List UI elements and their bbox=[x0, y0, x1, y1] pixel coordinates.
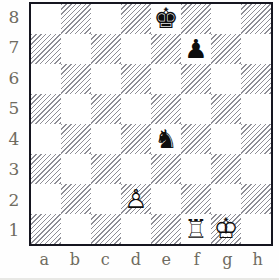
piece-white-pawn: ♟♙ bbox=[121, 184, 151, 214]
rank-label-8: 8 bbox=[0, 2, 28, 33]
rank-labels: 87654321 bbox=[0, 2, 28, 246]
black-knight-icon: ♞ bbox=[151, 124, 181, 154]
square-g1[interactable]: ♚♔ bbox=[211, 214, 241, 244]
square-h8[interactable] bbox=[241, 4, 271, 34]
square-e6[interactable] bbox=[151, 64, 181, 94]
file-label-c: c bbox=[90, 250, 121, 278]
rank-label-1: 1 bbox=[0, 216, 28, 247]
square-b5[interactable] bbox=[61, 94, 91, 124]
rank-label-3: 3 bbox=[0, 155, 28, 186]
file-labels: abcdefgh bbox=[29, 250, 273, 278]
square-d8[interactable] bbox=[121, 4, 151, 34]
square-f6[interactable] bbox=[181, 64, 211, 94]
square-c7[interactable] bbox=[91, 34, 121, 64]
square-e1[interactable] bbox=[151, 214, 181, 244]
piece-white-king: ♚♔ bbox=[211, 214, 241, 244]
white-king-icon: ♔ bbox=[211, 214, 241, 244]
square-d5[interactable] bbox=[121, 94, 151, 124]
file-label-f: f bbox=[182, 250, 213, 278]
file-label-d: d bbox=[121, 250, 152, 278]
square-h6[interactable] bbox=[241, 64, 271, 94]
square-d2[interactable]: ♟♙ bbox=[121, 184, 151, 214]
square-c3[interactable] bbox=[91, 154, 121, 184]
square-b3[interactable] bbox=[61, 154, 91, 184]
square-h2[interactable] bbox=[241, 184, 271, 214]
square-b2[interactable] bbox=[61, 184, 91, 214]
square-a3[interactable] bbox=[31, 154, 61, 184]
file-label-e: e bbox=[151, 250, 182, 278]
square-g3[interactable] bbox=[211, 154, 241, 184]
square-c4[interactable] bbox=[91, 124, 121, 154]
file-label-b: b bbox=[60, 250, 91, 278]
square-b8[interactable] bbox=[61, 4, 91, 34]
square-h3[interactable] bbox=[241, 154, 271, 184]
square-f7[interactable]: ♟ bbox=[181, 34, 211, 64]
rank-label-2: 2 bbox=[0, 185, 28, 216]
square-a6[interactable] bbox=[31, 64, 61, 94]
square-f4[interactable] bbox=[181, 124, 211, 154]
square-e8[interactable]: ♚ bbox=[151, 4, 181, 34]
rank-label-5: 5 bbox=[0, 94, 28, 125]
square-c5[interactable] bbox=[91, 94, 121, 124]
square-g6[interactable] bbox=[211, 64, 241, 94]
piece-black-pawn: ♟ bbox=[181, 34, 211, 64]
square-d6[interactable] bbox=[121, 64, 151, 94]
square-d3[interactable] bbox=[121, 154, 151, 184]
black-pawn-icon: ♟ bbox=[181, 34, 211, 64]
chess-diagram: 87654321 ♚♟♞♟♙♜♖♚♔ abcdefgh bbox=[0, 0, 279, 280]
square-c2[interactable] bbox=[91, 184, 121, 214]
rank-label-7: 7 bbox=[0, 33, 28, 64]
square-c6[interactable] bbox=[91, 64, 121, 94]
square-b1[interactable] bbox=[61, 214, 91, 244]
piece-white-rook: ♜♖ bbox=[181, 214, 211, 244]
square-f3[interactable] bbox=[181, 154, 211, 184]
black-king-icon: ♚ bbox=[151, 4, 181, 34]
rank-label-4: 4 bbox=[0, 124, 28, 155]
square-g7[interactable] bbox=[211, 34, 241, 64]
square-d4[interactable] bbox=[121, 124, 151, 154]
file-label-g: g bbox=[212, 250, 243, 278]
chess-board: ♚♟♞♟♙♜♖♚♔ bbox=[29, 2, 273, 246]
square-c8[interactable] bbox=[91, 4, 121, 34]
square-a5[interactable] bbox=[31, 94, 61, 124]
square-f5[interactable] bbox=[181, 94, 211, 124]
square-e5[interactable] bbox=[151, 94, 181, 124]
square-f8[interactable] bbox=[181, 4, 211, 34]
rank-label-6: 6 bbox=[0, 63, 28, 94]
square-h5[interactable] bbox=[241, 94, 271, 124]
square-d1[interactable] bbox=[121, 214, 151, 244]
square-g2[interactable] bbox=[211, 184, 241, 214]
square-b4[interactable] bbox=[61, 124, 91, 154]
square-f2[interactable] bbox=[181, 184, 211, 214]
square-g8[interactable] bbox=[211, 4, 241, 34]
square-e7[interactable] bbox=[151, 34, 181, 64]
piece-black-knight: ♞ bbox=[151, 124, 181, 154]
piece-black-king: ♚ bbox=[151, 4, 181, 34]
square-h7[interactable] bbox=[241, 34, 271, 64]
square-b6[interactable] bbox=[61, 64, 91, 94]
square-a7[interactable] bbox=[31, 34, 61, 64]
square-a1[interactable] bbox=[31, 214, 61, 244]
square-e3[interactable] bbox=[151, 154, 181, 184]
square-c1[interactable] bbox=[91, 214, 121, 244]
file-label-h: h bbox=[243, 250, 274, 278]
square-e2[interactable] bbox=[151, 184, 181, 214]
square-f1[interactable]: ♜♖ bbox=[181, 214, 211, 244]
white-rook-icon: ♖ bbox=[181, 214, 211, 244]
square-b7[interactable] bbox=[61, 34, 91, 64]
square-g4[interactable] bbox=[211, 124, 241, 154]
square-a8[interactable] bbox=[31, 4, 61, 34]
square-a2[interactable] bbox=[31, 184, 61, 214]
square-g5[interactable] bbox=[211, 94, 241, 124]
square-d7[interactable] bbox=[121, 34, 151, 64]
white-pawn-icon: ♙ bbox=[121, 184, 151, 214]
square-e4[interactable]: ♞ bbox=[151, 124, 181, 154]
square-h1[interactable] bbox=[241, 214, 271, 244]
file-label-a: a bbox=[29, 250, 60, 278]
square-a4[interactable] bbox=[31, 124, 61, 154]
square-h4[interactable] bbox=[241, 124, 271, 154]
